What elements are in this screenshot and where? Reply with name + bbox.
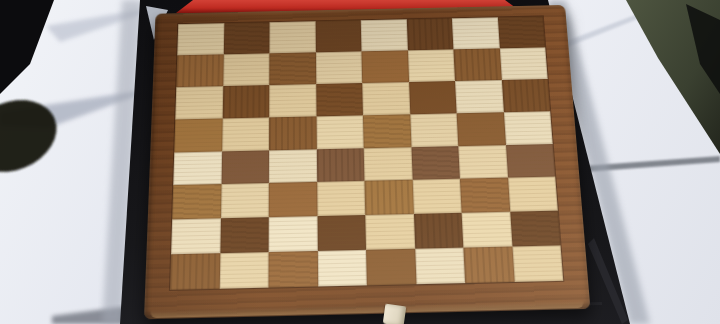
- square-d4: [316, 148, 364, 182]
- square-e6: [362, 82, 410, 115]
- square-d1: [317, 250, 367, 287]
- square-b6: [222, 85, 269, 118]
- square-h1: [512, 245, 563, 281]
- square-a2: [171, 219, 220, 255]
- square-f3: [412, 179, 461, 214]
- square-c8: [269, 21, 315, 53]
- square-b8: [223, 22, 269, 54]
- square-a3: [172, 184, 221, 219]
- square-g3: [460, 178, 510, 213]
- square-h4: [505, 144, 555, 178]
- ribbon-pull-tab: [383, 304, 407, 324]
- square-f6: [409, 81, 457, 114]
- square-d6: [316, 83, 363, 116]
- square-b5: [222, 117, 270, 151]
- square-h7: [499, 47, 547, 80]
- square-b7: [223, 53, 270, 86]
- square-e2: [365, 214, 414, 250]
- square-a5: [174, 118, 222, 152]
- square-f1: [415, 248, 465, 284]
- square-f2: [413, 213, 463, 249]
- square-c2: [269, 216, 318, 252]
- square-g8: [452, 17, 499, 49]
- square-c6: [269, 84, 316, 117]
- square-e5: [363, 114, 411, 148]
- square-g5: [457, 112, 506, 146]
- square-c7: [269, 52, 315, 85]
- square-a4: [173, 151, 221, 186]
- square-b2: [220, 217, 269, 253]
- square-f4: [411, 146, 460, 180]
- square-a7: [176, 54, 223, 87]
- square-b4: [221, 150, 269, 185]
- square-e3: [364, 180, 413, 215]
- square-f5: [410, 113, 458, 147]
- photo-scene: [0, 0, 720, 324]
- square-b1: [219, 252, 268, 289]
- square-f8: [406, 18, 453, 50]
- chess-board: [144, 5, 590, 319]
- square-b3: [220, 183, 268, 218]
- square-d3: [317, 181, 366, 216]
- square-d5: [316, 115, 364, 149]
- square-h5: [503, 111, 552, 145]
- square-h8: [497, 16, 545, 48]
- square-d2: [317, 215, 366, 251]
- square-h6: [501, 79, 550, 112]
- square-h3: [508, 177, 558, 212]
- square-d8: [315, 20, 361, 52]
- square-e8: [361, 19, 408, 51]
- square-c5: [269, 116, 316, 150]
- square-g7: [453, 48, 501, 81]
- board-squares: [170, 16, 563, 290]
- square-g2: [462, 212, 512, 248]
- square-c3: [269, 182, 317, 217]
- square-d7: [315, 51, 362, 84]
- square-g6: [455, 80, 503, 113]
- square-c1: [268, 251, 317, 288]
- square-e4: [364, 147, 413, 181]
- square-h2: [510, 211, 561, 247]
- square-g4: [458, 145, 507, 179]
- square-f7: [407, 49, 455, 82]
- square-e1: [366, 249, 416, 286]
- square-a6: [175, 86, 223, 119]
- square-a1: [170, 253, 220, 290]
- square-c4: [269, 149, 317, 184]
- square-g1: [463, 247, 514, 283]
- square-a8: [177, 23, 224, 55]
- square-e7: [361, 50, 408, 83]
